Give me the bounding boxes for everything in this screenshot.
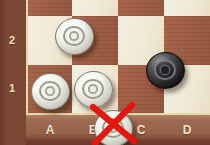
checker-center <box>45 86 55 95</box>
checker-white-A1[interactable] <box>31 73 70 110</box>
checker-center <box>88 84 98 93</box>
checker-center <box>69 31 79 40</box>
checker-black-C1-D2-corner[interactable] <box>146 52 185 89</box>
removal-x-icon <box>88 100 138 145</box>
checker-center <box>160 65 170 74</box>
checkers-board-diagram: 2 1 A B C D <box>0 0 210 145</box>
checker-white-B2[interactable] <box>55 18 94 55</box>
